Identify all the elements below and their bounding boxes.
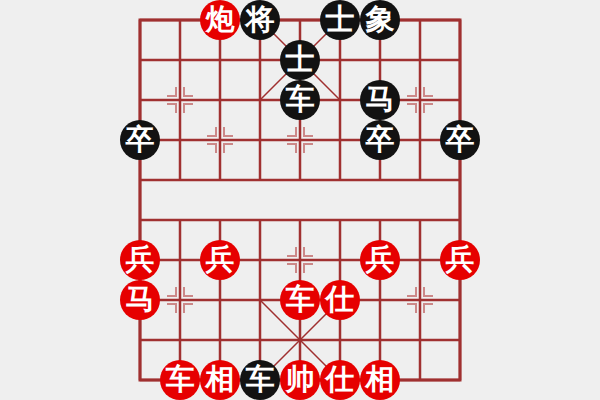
intersection-c5r0[interactable]: 士: [320, 0, 360, 40]
intersection-c1r5[interactable]: [160, 200, 200, 240]
intersection-c8r3[interactable]: 卒: [440, 120, 480, 160]
intersection-c8r5[interactable]: [440, 200, 480, 240]
red-horse[interactable]: 马: [120, 280, 160, 320]
black-soldier[interactable]: 卒: [120, 120, 160, 160]
intersection-c7r5[interactable]: [400, 200, 440, 240]
intersection-c3r5[interactable]: [240, 200, 280, 240]
intersection-c2r7[interactable]: [200, 280, 240, 320]
intersection-c8r2[interactable]: [440, 80, 480, 120]
black-general[interactable]: 将: [240, 0, 280, 40]
intersection-c4r3[interactable]: [280, 120, 320, 160]
red-general[interactable]: 帅: [280, 360, 320, 400]
intersection-c3r9[interactable]: 车: [240, 360, 280, 400]
intersection-c7r4[interactable]: [400, 160, 440, 200]
intersection-c1r6[interactable]: [160, 240, 200, 280]
intersection-c2r3[interactable]: [200, 120, 240, 160]
intersection-c6r3[interactable]: 卒: [360, 120, 400, 160]
intersection-c6r5[interactable]: [360, 200, 400, 240]
black-horse[interactable]: 马: [360, 80, 400, 120]
intersection-c4r5[interactable]: [280, 200, 320, 240]
intersection-c0r1[interactable]: [120, 40, 160, 80]
intersection-c0r6[interactable]: 兵: [120, 240, 160, 280]
red-soldier[interactable]: 兵: [120, 240, 160, 280]
intersection-c4r9[interactable]: 帅: [280, 360, 320, 400]
intersection-c7r2[interactable]: [400, 80, 440, 120]
red-advisor[interactable]: 仕: [320, 360, 360, 400]
xiangqi-board-screenshot: 炮将士象士车马卒卒卒兵兵兵兵马车仕车相车帅仕相: [0, 0, 600, 400]
intersection-c1r8[interactable]: [160, 320, 200, 360]
red-chariot[interactable]: 车: [160, 360, 200, 400]
black-advisor[interactable]: 士: [320, 0, 360, 40]
intersection-c2r9[interactable]: 相: [200, 360, 240, 400]
intersection-c4r1[interactable]: 士: [280, 40, 320, 80]
red-chariot[interactable]: 车: [280, 280, 320, 320]
intersection-c3r0[interactable]: 将: [240, 0, 280, 40]
intersection-c3r6[interactable]: [240, 240, 280, 280]
intersection-c5r1[interactable]: [320, 40, 360, 80]
intersection-c2r2[interactable]: [200, 80, 240, 120]
intersection-c5r4[interactable]: [320, 160, 360, 200]
intersection-c7r8[interactable]: [400, 320, 440, 360]
intersection-c5r2[interactable]: [320, 80, 360, 120]
intersection-c0r8[interactable]: [120, 320, 160, 360]
intersection-c7r1[interactable]: [400, 40, 440, 80]
intersection-c3r1[interactable]: [240, 40, 280, 80]
intersection-c6r4[interactable]: [360, 160, 400, 200]
red-soldier[interactable]: 兵: [360, 240, 400, 280]
intersection-c1r2[interactable]: [160, 80, 200, 120]
black-chariot[interactable]: 车: [240, 360, 280, 400]
intersection-c1r4[interactable]: [160, 160, 200, 200]
red-soldier[interactable]: 兵: [200, 240, 240, 280]
intersection-c5r3[interactable]: [320, 120, 360, 160]
black-soldier[interactable]: 卒: [360, 120, 400, 160]
intersection-c8r8[interactable]: [440, 320, 480, 360]
red-elephant[interactable]: 相: [360, 360, 400, 400]
intersection-c7r3[interactable]: [400, 120, 440, 160]
red-elephant[interactable]: 相: [200, 360, 240, 400]
black-advisor[interactable]: 士: [280, 40, 320, 80]
intersection-c0r5[interactable]: [120, 200, 160, 240]
intersection-c5r8[interactable]: [320, 320, 360, 360]
intersection-c3r2[interactable]: [240, 80, 280, 120]
intersection-c0r3[interactable]: 卒: [120, 120, 160, 160]
intersection-c7r0[interactable]: [400, 0, 440, 40]
black-soldier[interactable]: 卒: [440, 120, 480, 160]
intersection-c7r9[interactable]: [400, 360, 440, 400]
black-chariot[interactable]: 车: [280, 80, 320, 120]
intersection-c8r1[interactable]: [440, 40, 480, 80]
intersection-c6r1[interactable]: [360, 40, 400, 80]
intersection-c3r7[interactable]: [240, 280, 280, 320]
intersection-c0r7[interactable]: 马: [120, 280, 160, 320]
intersection-c0r9[interactable]: [120, 360, 160, 400]
intersection-c0r2[interactable]: [120, 80, 160, 120]
intersection-c4r8[interactable]: [280, 320, 320, 360]
intersection-c1r7[interactable]: [160, 280, 200, 320]
intersection-c2r8[interactable]: [200, 320, 240, 360]
intersection-c1r0[interactable]: [160, 0, 200, 40]
intersection-c4r4[interactable]: [280, 160, 320, 200]
intersection-c6r2[interactable]: 马: [360, 80, 400, 120]
intersection-c2r4[interactable]: [200, 160, 240, 200]
intersection-c2r1[interactable]: [200, 40, 240, 80]
intersection-c3r8[interactable]: [240, 320, 280, 360]
red-cannon[interactable]: 炮: [200, 0, 240, 40]
intersection-c4r0[interactable]: [280, 0, 320, 40]
intersection-c0r4[interactable]: [120, 160, 160, 200]
intersection-c1r9[interactable]: 车: [160, 360, 200, 400]
red-soldier[interactable]: 兵: [440, 240, 480, 280]
intersection-c1r1[interactable]: [160, 40, 200, 80]
black-elephant[interactable]: 象: [360, 0, 400, 40]
intersection-c6r7[interactable]: [360, 280, 400, 320]
intersection-c5r9[interactable]: 仕: [320, 360, 360, 400]
intersection-c5r5[interactable]: [320, 200, 360, 240]
intersection-c8r9[interactable]: [440, 360, 480, 400]
intersection-c3r4[interactable]: [240, 160, 280, 200]
intersection-c5r6[interactable]: [320, 240, 360, 280]
intersection-c6r9[interactable]: 相: [360, 360, 400, 400]
intersection-c6r0[interactable]: 象: [360, 0, 400, 40]
intersection-c4r7[interactable]: 车: [280, 280, 320, 320]
intersection-c4r2[interactable]: 车: [280, 80, 320, 120]
intersection-c6r8[interactable]: [360, 320, 400, 360]
red-advisor[interactable]: 仕: [320, 280, 360, 320]
intersection-c5r7[interactable]: 仕: [320, 280, 360, 320]
intersection-c7r6[interactable]: [400, 240, 440, 280]
intersection-c8r4[interactable]: [440, 160, 480, 200]
intersection-c3r3[interactable]: [240, 120, 280, 160]
intersection-c0r0[interactable]: [120, 0, 160, 40]
intersection-c8r6[interactable]: 兵: [440, 240, 480, 280]
intersection-c8r0[interactable]: [440, 0, 480, 40]
intersection-c2r6[interactable]: 兵: [200, 240, 240, 280]
intersection-c2r5[interactable]: [200, 200, 240, 240]
intersection-c2r0[interactable]: 炮: [200, 0, 240, 40]
intersection-c1r3[interactable]: [160, 120, 200, 160]
intersection-c4r6[interactable]: [280, 240, 320, 280]
intersection-c6r6[interactable]: 兵: [360, 240, 400, 280]
intersection-c8r7[interactable]: [440, 280, 480, 320]
intersection-c7r7[interactable]: [400, 280, 440, 320]
xiangqi-board[interactable]: 炮将士象士车马卒卒卒兵兵兵兵马车仕车相车帅仕相: [120, 0, 480, 400]
